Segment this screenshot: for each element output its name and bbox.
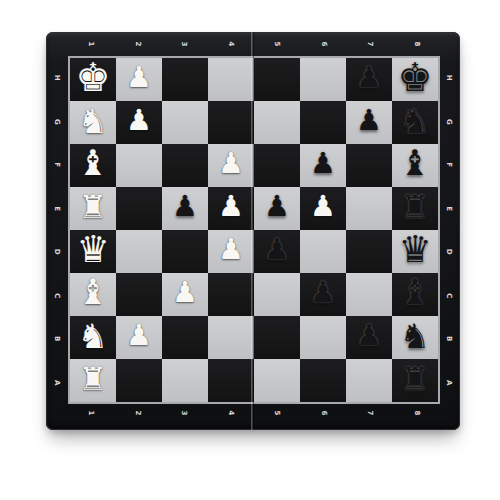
square-G1[interactable]: ♞ (70, 101, 116, 144)
square-A3[interactable] (162, 359, 208, 402)
square-C4[interactable] (208, 273, 254, 316)
square-G3[interactable] (162, 101, 208, 144)
square-C1[interactable]: ♝ (70, 273, 116, 316)
square-G6[interactable] (300, 101, 346, 144)
square-F8[interactable]: ♝ (392, 144, 438, 187)
black-bishop[interactable]: ♝ (399, 275, 430, 310)
square-F1[interactable]: ♝ (70, 144, 116, 187)
square-H2[interactable]: ♟ (116, 58, 162, 101)
black-pawn[interactable]: ♟ (356, 63, 382, 92)
board-grid: ♚♟♟♚♞♟♟♞♝♟♟♝♜♟♟♟♟♜♛♟♟♛♝♟♟♝♞♟♟♞♜♜ (68, 56, 440, 404)
square-B8[interactable]: ♞ (392, 316, 438, 359)
square-B4[interactable] (208, 316, 254, 359)
square-B1[interactable]: ♞ (70, 316, 116, 359)
square-H6[interactable] (300, 58, 346, 101)
square-F3[interactable] (162, 144, 208, 187)
square-C6[interactable]: ♟ (300, 273, 346, 316)
square-D5[interactable]: ♟ (254, 230, 300, 273)
white-pawn[interactable]: ♟ (310, 192, 336, 221)
square-E7[interactable] (346, 187, 392, 230)
black-pawn[interactable]: ♟ (310, 149, 336, 178)
white-pawn[interactable]: ♟ (126, 106, 152, 135)
square-E2[interactable] (116, 187, 162, 230)
square-E8[interactable]: ♜ (392, 187, 438, 230)
black-pawn[interactable]: ♟ (310, 278, 336, 307)
square-B2[interactable]: ♟ (116, 316, 162, 359)
square-B3[interactable] (162, 316, 208, 359)
square-H8[interactable]: ♚ (392, 58, 438, 101)
square-A5[interactable] (254, 359, 300, 402)
square-G7[interactable]: ♟ (346, 101, 392, 144)
black-knight[interactable]: ♞ (400, 104, 430, 138)
square-H5[interactable] (254, 58, 300, 101)
black-pawn[interactable]: ♟ (356, 321, 382, 350)
square-A4[interactable] (208, 359, 254, 402)
black-pawn[interactable]: ♟ (264, 235, 290, 264)
square-F6[interactable]: ♟ (300, 144, 346, 187)
square-G2[interactable]: ♟ (116, 101, 162, 144)
square-F7[interactable] (346, 144, 392, 187)
black-king[interactable]: ♚ (398, 58, 433, 97)
white-pawn[interactable]: ♟ (218, 235, 244, 264)
white-bishop[interactable]: ♝ (77, 146, 108, 181)
square-D2[interactable] (116, 230, 162, 273)
square-G4[interactable] (208, 101, 254, 144)
square-B6[interactable] (300, 316, 346, 359)
square-H1[interactable]: ♚ (70, 58, 116, 101)
square-E3[interactable]: ♟ (162, 187, 208, 230)
square-H3[interactable] (162, 58, 208, 101)
square-G5[interactable] (254, 101, 300, 144)
square-A1[interactable]: ♜ (70, 359, 116, 402)
white-queen[interactable]: ♛ (76, 231, 109, 268)
square-F5[interactable] (254, 144, 300, 187)
square-F4[interactable]: ♟ (208, 144, 254, 187)
square-G8[interactable]: ♞ (392, 101, 438, 144)
white-bishop[interactable]: ♝ (77, 275, 108, 310)
square-A7[interactable] (346, 359, 392, 402)
square-D1[interactable]: ♛ (70, 230, 116, 273)
square-E4[interactable]: ♟ (208, 187, 254, 230)
square-C3[interactable]: ♟ (162, 273, 208, 316)
square-D3[interactable] (162, 230, 208, 273)
square-A6[interactable] (300, 359, 346, 402)
white-pawn[interactable]: ♟ (126, 63, 152, 92)
black-rook[interactable]: ♜ (401, 191, 430, 223)
square-C5[interactable] (254, 273, 300, 316)
white-pawn[interactable]: ♟ (126, 321, 152, 350)
white-knight[interactable]: ♞ (78, 104, 108, 138)
square-D7[interactable] (346, 230, 392, 273)
square-D6[interactable] (300, 230, 346, 273)
square-C8[interactable]: ♝ (392, 273, 438, 316)
square-B5[interactable] (254, 316, 300, 359)
white-pawn[interactable]: ♟ (172, 278, 198, 307)
black-rook[interactable]: ♜ (401, 363, 430, 395)
white-rook[interactable]: ♜ (79, 363, 108, 395)
square-D4[interactable]: ♟ (208, 230, 254, 273)
square-C2[interactable] (116, 273, 162, 316)
square-H4[interactable] (208, 58, 254, 101)
black-pawn[interactable]: ♟ (264, 192, 290, 221)
square-D8[interactable]: ♛ (392, 230, 438, 273)
product-photo-stage: 12345678 12345678 HGFEDCBA HGFEDCBA ♚♟♟♚… (0, 0, 500, 500)
white-pawn[interactable]: ♟ (218, 149, 244, 178)
black-bishop[interactable]: ♝ (399, 146, 430, 181)
square-B7[interactable]: ♟ (346, 316, 392, 359)
square-E6[interactable]: ♟ (300, 187, 346, 230)
white-rook[interactable]: ♜ (79, 191, 108, 223)
square-A8[interactable]: ♜ (392, 359, 438, 402)
white-knight[interactable]: ♞ (78, 319, 108, 353)
black-knight[interactable]: ♞ (400, 319, 430, 353)
square-E1[interactable]: ♜ (70, 187, 116, 230)
square-H7[interactable]: ♟ (346, 58, 392, 101)
square-F2[interactable] (116, 144, 162, 187)
black-pawn[interactable]: ♟ (172, 192, 198, 221)
square-C7[interactable] (346, 273, 392, 316)
square-E5[interactable]: ♟ (254, 187, 300, 230)
white-pawn[interactable]: ♟ (218, 192, 244, 221)
black-pawn[interactable]: ♟ (356, 106, 382, 135)
white-king[interactable]: ♚ (76, 58, 111, 97)
square-A2[interactable] (116, 359, 162, 402)
black-queen[interactable]: ♛ (398, 231, 431, 268)
